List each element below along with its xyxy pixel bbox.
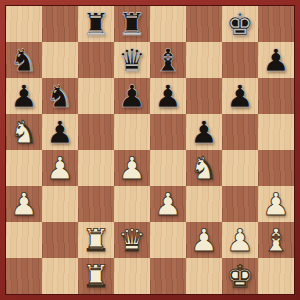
square-f4[interactable]: ♞ (186, 150, 222, 186)
square-c2[interactable]: ♜ (78, 222, 114, 258)
black-king-piece[interactable]: ♚ (226, 6, 254, 42)
white-pawn-piece[interactable]: ♟ (118, 150, 146, 186)
square-b1[interactable] (42, 258, 78, 294)
square-c1[interactable]: ♜ (78, 258, 114, 294)
square-d7[interactable]: ♛ (114, 42, 150, 78)
square-d2[interactable]: ♛ (114, 222, 150, 258)
square-b7[interactable] (42, 42, 78, 78)
square-h2[interactable]: ♝ (258, 222, 294, 258)
square-a2[interactable] (6, 222, 42, 258)
square-b4[interactable]: ♟ (42, 150, 78, 186)
square-d1[interactable] (114, 258, 150, 294)
square-f1[interactable] (186, 258, 222, 294)
square-h8[interactable] (258, 6, 294, 42)
square-a5[interactable]: ♞ (6, 114, 42, 150)
square-b6[interactable]: ♞ (42, 78, 78, 114)
square-h7[interactable]: ♟ (258, 42, 294, 78)
square-e4[interactable] (150, 150, 186, 186)
square-d5[interactable] (114, 114, 150, 150)
black-pawn-piece[interactable]: ♟ (262, 42, 290, 78)
square-d3[interactable] (114, 186, 150, 222)
square-h5[interactable] (258, 114, 294, 150)
square-h3[interactable]: ♟ (258, 186, 294, 222)
chess-board: ♜♜♚♞♛♝♟♟♞♟♟♟♞♟♟♟♟♞♟♟♟♜♛♟♟♝♜♚ (6, 6, 294, 294)
square-g3[interactable] (222, 186, 258, 222)
square-g2[interactable]: ♟ (222, 222, 258, 258)
square-f8[interactable] (186, 6, 222, 42)
black-pawn-piece[interactable]: ♟ (10, 78, 38, 114)
square-a1[interactable] (6, 258, 42, 294)
square-g7[interactable] (222, 42, 258, 78)
square-b2[interactable] (42, 222, 78, 258)
square-f2[interactable]: ♟ (186, 222, 222, 258)
black-knight-piece[interactable]: ♞ (10, 42, 38, 78)
square-a7[interactable]: ♞ (6, 42, 42, 78)
square-c8[interactable]: ♜ (78, 6, 114, 42)
black-pawn-piece[interactable]: ♟ (118, 78, 146, 114)
square-g4[interactable] (222, 150, 258, 186)
black-rook-piece[interactable]: ♜ (82, 6, 110, 42)
square-c6[interactable] (78, 78, 114, 114)
square-g8[interactable]: ♚ (222, 6, 258, 42)
white-pawn-piece[interactable]: ♟ (46, 150, 74, 186)
white-bishop-piece[interactable]: ♝ (262, 222, 290, 258)
white-rook-piece[interactable]: ♜ (82, 258, 110, 294)
black-rook-piece[interactable]: ♜ (118, 6, 146, 42)
square-g1[interactable]: ♚ (222, 258, 258, 294)
square-c3[interactable] (78, 186, 114, 222)
square-h4[interactable] (258, 150, 294, 186)
black-pawn-piece[interactable]: ♟ (46, 114, 74, 150)
board-frame: ♜♜♚♞♛♝♟♟♞♟♟♟♞♟♟♟♟♞♟♟♟♜♛♟♟♝♜♚ (0, 0, 300, 300)
square-c5[interactable] (78, 114, 114, 150)
square-h6[interactable] (258, 78, 294, 114)
black-pawn-piece[interactable]: ♟ (154, 78, 182, 114)
square-f5[interactable]: ♟ (186, 114, 222, 150)
square-a4[interactable] (6, 150, 42, 186)
square-h1[interactable] (258, 258, 294, 294)
square-b8[interactable] (42, 6, 78, 42)
square-a8[interactable] (6, 6, 42, 42)
square-d6[interactable]: ♟ (114, 78, 150, 114)
black-knight-piece[interactable]: ♞ (46, 78, 74, 114)
square-b5[interactable]: ♟ (42, 114, 78, 150)
white-king-piece[interactable]: ♚ (226, 258, 254, 294)
square-e5[interactable] (150, 114, 186, 150)
square-d4[interactable]: ♟ (114, 150, 150, 186)
white-knight-piece[interactable]: ♞ (190, 150, 218, 186)
square-a6[interactable]: ♟ (6, 78, 42, 114)
black-queen-piece[interactable]: ♛ (118, 42, 146, 78)
white-pawn-piece[interactable]: ♟ (10, 186, 38, 222)
black-pawn-piece[interactable]: ♟ (190, 114, 218, 150)
square-e2[interactable] (150, 222, 186, 258)
square-d8[interactable]: ♜ (114, 6, 150, 42)
white-queen-piece[interactable]: ♛ (118, 222, 146, 258)
square-c7[interactable] (78, 42, 114, 78)
white-pawn-piece[interactable]: ♟ (190, 222, 218, 258)
square-b3[interactable] (42, 186, 78, 222)
white-pawn-piece[interactable]: ♟ (262, 186, 290, 222)
square-f3[interactable] (186, 186, 222, 222)
square-f7[interactable] (186, 42, 222, 78)
white-knight-piece[interactable]: ♞ (10, 114, 38, 150)
white-pawn-piece[interactable]: ♟ (154, 186, 182, 222)
square-c4[interactable] (78, 150, 114, 186)
square-a3[interactable]: ♟ (6, 186, 42, 222)
square-e3[interactable]: ♟ (150, 186, 186, 222)
white-pawn-piece[interactable]: ♟ (226, 222, 254, 258)
square-e1[interactable] (150, 258, 186, 294)
square-e8[interactable] (150, 6, 186, 42)
square-f6[interactable] (186, 78, 222, 114)
white-rook-piece[interactable]: ♜ (82, 222, 110, 258)
black-pawn-piece[interactable]: ♟ (226, 78, 254, 114)
square-g6[interactable]: ♟ (222, 78, 258, 114)
square-g5[interactable] (222, 114, 258, 150)
square-e6[interactable]: ♟ (150, 78, 186, 114)
square-e7[interactable]: ♝ (150, 42, 186, 78)
black-bishop-piece[interactable]: ♝ (154, 42, 182, 78)
